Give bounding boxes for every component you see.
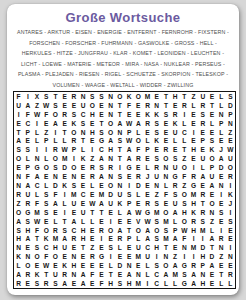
- grid-cell: O: [14, 154, 23, 163]
- grid-cell: E: [226, 137, 235, 146]
- grid-cell: S: [42, 199, 51, 208]
- grid-cell: H: [180, 208, 189, 217]
- grid-cell: E: [217, 261, 226, 270]
- grid-cell: A: [161, 270, 170, 279]
- grid-cell: S: [78, 119, 87, 128]
- grid-cell: E: [88, 137, 97, 146]
- grid-cell: A: [69, 217, 78, 226]
- grid-cell: O: [161, 208, 170, 217]
- grid-cell: D: [134, 181, 143, 190]
- grid-cell: U: [171, 163, 180, 172]
- grid-cell: G: [171, 172, 180, 181]
- grid-cell: U: [106, 199, 115, 208]
- grid-cell: E: [161, 199, 170, 208]
- grid-cell: N: [106, 154, 115, 163]
- grid-cell: P: [207, 163, 216, 172]
- grid-cell: E: [32, 261, 41, 270]
- grid-cell: C: [97, 145, 106, 154]
- grid-cell: W: [143, 217, 152, 226]
- grid-cell: I: [32, 145, 41, 154]
- grid-cell: E: [88, 226, 97, 235]
- grid-cell: G: [32, 163, 41, 172]
- grid-cell: S: [14, 145, 23, 154]
- grid-cell: I: [226, 181, 235, 190]
- grid-cell: T: [161, 101, 170, 110]
- grid-cell: O: [14, 208, 23, 217]
- grid-cell: L: [134, 128, 143, 137]
- grid-cell: T: [78, 243, 87, 252]
- grid-cell: R: [171, 110, 180, 119]
- grid-cell: L: [217, 279, 226, 288]
- grid-cell: E: [198, 128, 207, 137]
- grid-cell: T: [161, 243, 170, 252]
- grid-cell: E: [115, 252, 124, 261]
- grid-cell: S: [69, 181, 78, 190]
- grid-cell: N: [32, 154, 41, 163]
- grid-cell: S: [152, 217, 161, 226]
- grid-cell: R: [69, 92, 78, 101]
- grid-cell: R: [161, 145, 170, 154]
- grid-cell: W: [32, 110, 41, 119]
- grid-cell: D: [207, 252, 216, 261]
- grid-cell: L: [78, 217, 87, 226]
- grid-cell: K: [152, 110, 161, 119]
- grid-cell: O: [51, 110, 60, 119]
- grid-cell: E: [161, 119, 170, 128]
- grid-cell: E: [226, 226, 235, 235]
- grid-cell: S: [152, 154, 161, 163]
- grid-cell: H: [189, 226, 198, 235]
- grid-cell: R: [51, 226, 60, 235]
- word-list: ANTARES - ARKTUR - EISEN - ENERGIE - ENT…: [11, 27, 235, 91]
- grid-cell: L: [32, 128, 41, 137]
- grid-cell: I: [189, 128, 198, 137]
- puzzle-card: Große Wortsuche ANTARES - ARKTUR - EISEN…: [7, 4, 239, 295]
- grid-cell: U: [78, 101, 87, 110]
- grid-cell: E: [78, 199, 87, 208]
- grid-cell: K: [69, 119, 78, 128]
- word-list-line: FORSCHEN - FORSCHER - FUHRMANN - GASWOLK…: [11, 38, 235, 49]
- grid-cell: E: [42, 172, 51, 181]
- grid-cell: L: [32, 190, 41, 199]
- grid-cell: H: [152, 243, 161, 252]
- grid-cell: C: [23, 119, 32, 128]
- grid-cell: N: [180, 243, 189, 252]
- grid-cell: L: [198, 163, 207, 172]
- grid-cell: L: [171, 217, 180, 226]
- grid-cell: E: [143, 181, 152, 190]
- grid-cell: S: [226, 92, 235, 101]
- grid-cell: N: [217, 181, 226, 190]
- grid-cell: A: [207, 235, 216, 244]
- grid-cell: O: [180, 217, 189, 226]
- grid-cell: F: [23, 172, 32, 181]
- grid-cell: H: [51, 243, 60, 252]
- grid-cell: K: [152, 137, 161, 146]
- grid-cell: A: [143, 235, 152, 244]
- grid-cell: U: [226, 154, 235, 163]
- grid-cell: O: [226, 163, 235, 172]
- grid-cell: E: [189, 110, 198, 119]
- grid-cell: S: [226, 217, 235, 226]
- grid-cell: I: [115, 163, 124, 172]
- grid-cell: E: [60, 252, 69, 261]
- grid-cell: A: [134, 119, 143, 128]
- word-list-line: VOLUMEN - WAAGE - WELTALL - WIDDER - ZWI…: [11, 80, 235, 91]
- grid-cell: E: [217, 137, 226, 146]
- grid-cell: R: [88, 172, 97, 181]
- grid-cell: L: [217, 128, 226, 137]
- grid-cell: E: [78, 181, 87, 190]
- grid-cell: E: [23, 243, 32, 252]
- grid-cell: L: [106, 261, 115, 270]
- grid-cell: F: [88, 270, 97, 279]
- grid-cell: I: [198, 235, 207, 244]
- grid-cell: A: [23, 101, 32, 110]
- grid-cell: I: [226, 243, 235, 252]
- grid-cell: U: [23, 190, 32, 199]
- grid-cell: C: [78, 190, 87, 199]
- grid-cell: R: [88, 163, 97, 172]
- grid-cell: R: [189, 172, 198, 181]
- grid-cell: E: [78, 261, 87, 270]
- grid-cell: U: [115, 190, 124, 199]
- grid-cell: U: [207, 172, 216, 181]
- grid-cell: S: [198, 110, 207, 119]
- grid-cell: A: [78, 279, 87, 288]
- grid-cell: S: [42, 190, 51, 199]
- grid-cell: O: [51, 154, 60, 163]
- grid-cell: M: [189, 190, 198, 199]
- grid-cell: E: [14, 163, 23, 172]
- grid-cell: Z: [88, 154, 97, 163]
- grid-cell: I: [143, 279, 152, 288]
- grid-cell: T: [42, 270, 51, 279]
- grid-cell: S: [32, 279, 41, 288]
- grid-cell: K: [189, 208, 198, 217]
- grid-cell: E: [143, 128, 152, 137]
- grid-cell: S: [152, 199, 161, 208]
- grid-cell: V: [134, 217, 143, 226]
- grid-cell: E: [88, 190, 97, 199]
- grid-cell: D: [226, 101, 235, 110]
- grid-cell: E: [14, 119, 23, 128]
- grid-cell: R: [152, 163, 161, 172]
- grid-cell: I: [180, 252, 189, 261]
- grid-cell: R: [171, 181, 180, 190]
- grid-cell: T: [88, 208, 97, 217]
- grid-cell: D: [60, 163, 69, 172]
- grid-cell: E: [78, 163, 87, 172]
- grid-cell: R: [198, 208, 207, 217]
- grid-cell: T: [207, 243, 216, 252]
- grid-cell: R: [189, 261, 198, 270]
- grid-cell: C: [143, 243, 152, 252]
- grid-cell: F: [42, 110, 51, 119]
- grid-cell: A: [51, 199, 60, 208]
- grid-cell: F: [180, 235, 189, 244]
- grid-cell: H: [78, 226, 87, 235]
- grid-cell: L: [42, 181, 51, 190]
- grid-cell: S: [171, 154, 180, 163]
- grid-cell: E: [152, 145, 161, 154]
- grid-cell: F: [14, 92, 23, 101]
- grid-cell: J: [217, 145, 226, 154]
- grid-cell: O: [88, 101, 97, 110]
- grid-cell: E: [124, 243, 133, 252]
- grid-cell: E: [60, 101, 69, 110]
- grid-cell: A: [32, 172, 41, 181]
- grid-cell: N: [124, 261, 133, 270]
- grid-cell: S: [152, 119, 161, 128]
- grid-cell: N: [78, 128, 87, 137]
- word-list-line: LICHT - LOEWE - MATERIE - METEOR - MIRA …: [11, 59, 235, 70]
- grid-cell: E: [134, 261, 143, 270]
- grid-cell: E: [161, 137, 170, 146]
- grid-cell: N: [14, 243, 23, 252]
- grid-cell: T: [180, 92, 189, 101]
- grid-cell: K: [60, 261, 69, 270]
- grid-cell: E: [42, 119, 51, 128]
- grid-cell: A: [115, 226, 124, 235]
- grid-cell: P: [143, 145, 152, 154]
- grid-cell: M: [134, 279, 143, 288]
- grid-cell: T: [180, 145, 189, 154]
- grid-cell: E: [171, 145, 180, 154]
- grid-cell: T: [60, 128, 69, 137]
- grid-cell: R: [14, 190, 23, 199]
- grid-cell: A: [124, 154, 133, 163]
- grid-cell: N: [161, 252, 170, 261]
- grid-cell: M: [32, 208, 41, 217]
- grid-cell: E: [207, 92, 216, 101]
- grid-cell: I: [217, 226, 226, 235]
- grid-cell: F: [23, 110, 32, 119]
- grid-cell: A: [14, 270, 23, 279]
- grid-cell: N: [14, 181, 23, 190]
- grid-cell: E: [69, 208, 78, 217]
- grid-cell: T: [207, 101, 216, 110]
- grid-cell: R: [69, 137, 78, 146]
- grid-cell: M: [171, 270, 180, 279]
- grid-cell: S: [115, 172, 124, 181]
- grid-cell: L: [78, 145, 87, 154]
- grid-cell: E: [88, 261, 97, 270]
- grid-cell: L: [171, 279, 180, 288]
- grid-cell: L: [171, 137, 180, 146]
- grid-cell: U: [78, 208, 87, 217]
- grid-cell: E: [189, 119, 198, 128]
- grid-cell: U: [14, 101, 23, 110]
- grid-cell: N: [226, 119, 235, 128]
- grid-cell: R: [106, 163, 115, 172]
- grid-cell: E: [171, 243, 180, 252]
- grid-cell: I: [124, 181, 133, 190]
- grid-cell: E: [134, 101, 143, 110]
- grid-cell: W: [42, 101, 51, 110]
- grid-cell: T: [106, 270, 115, 279]
- grid-cell: S: [51, 101, 60, 110]
- grid-cell: S: [14, 226, 23, 235]
- grid-cell: A: [124, 145, 133, 154]
- grid-cell: E: [60, 92, 69, 101]
- grid-cell: S: [23, 145, 32, 154]
- grid-cell: G: [23, 208, 32, 217]
- grid-cell: N: [69, 172, 78, 181]
- grid-cell: H: [78, 235, 87, 244]
- page: Große Wortsuche ANTARES - ARKTUR - EISEN…: [0, 0, 246, 300]
- grid-cell: W: [180, 226, 189, 235]
- grid-cell: C: [180, 128, 189, 137]
- grid-cell: C: [78, 110, 87, 119]
- grid-cell: E: [106, 235, 115, 244]
- grid-cell: T: [115, 101, 124, 110]
- grid-cell: S: [69, 110, 78, 119]
- grid-cell: T: [161, 92, 170, 101]
- grid-cell: U: [51, 270, 60, 279]
- grid-cell: U: [171, 199, 180, 208]
- grid-cell: M: [69, 190, 78, 199]
- grid-cell: O: [115, 92, 124, 101]
- grid-cell: O: [134, 92, 143, 101]
- grid-cell: R: [69, 235, 78, 244]
- grid-cell: S: [152, 128, 161, 137]
- grid-cell: Z: [189, 92, 198, 101]
- grid-cell: A: [115, 119, 124, 128]
- grid-cell: A: [97, 154, 106, 163]
- grid-cell: E: [115, 270, 124, 279]
- grid-cell: N: [161, 172, 170, 181]
- grid-cell: S: [23, 217, 32, 226]
- grid-cell: K: [207, 145, 216, 154]
- grid-cell: H: [106, 279, 115, 288]
- grid-cell: P: [124, 128, 133, 137]
- grid-cell: S: [207, 137, 216, 146]
- grid-cell: E: [143, 154, 152, 163]
- grid-cell: O: [106, 181, 115, 190]
- grid-cell: S: [161, 226, 170, 235]
- grid-cell: U: [152, 172, 161, 181]
- grid-cell: R: [198, 119, 207, 128]
- grid-cell: W: [226, 145, 235, 154]
- grid-cell: R: [51, 145, 60, 154]
- grid-cell: O: [207, 154, 216, 163]
- grid-cell: U: [171, 128, 180, 137]
- grid-cell: L: [51, 217, 60, 226]
- grid-cell: N: [217, 243, 226, 252]
- grid-cell: O: [152, 226, 161, 235]
- grid-cell: I: [106, 252, 115, 261]
- grid-cell: O: [180, 190, 189, 199]
- grid-cell: H: [198, 279, 207, 288]
- grid-cell: S: [171, 190, 180, 199]
- grid-cell: E: [226, 235, 235, 244]
- grid-cell: N: [23, 252, 32, 261]
- grid-cell: D: [106, 190, 115, 199]
- grid-cell: Z: [180, 181, 189, 190]
- grid-cell: E: [217, 172, 226, 181]
- grid-cell: E: [106, 208, 115, 217]
- grid-cell: M: [51, 235, 60, 244]
- grid-cell: E: [207, 128, 216, 137]
- grid-cell: E: [152, 92, 161, 101]
- grid-cell: S: [97, 128, 106, 137]
- grid-cell: A: [23, 235, 32, 244]
- grid-cell: H: [88, 128, 97, 137]
- grid-cell: M: [189, 243, 198, 252]
- grid-cell: S: [198, 217, 207, 226]
- grid-cell: P: [124, 199, 133, 208]
- grid-cell: A: [23, 181, 32, 190]
- grid-cell: A: [97, 172, 106, 181]
- grid-cell: S: [51, 163, 60, 172]
- grid-cell: M: [60, 154, 69, 163]
- grid-cell: P: [23, 128, 32, 137]
- grid-cell: S: [217, 208, 226, 217]
- grid-cell: T: [115, 145, 124, 154]
- grid-cell: Z: [180, 154, 189, 163]
- grid-cell: G: [97, 137, 106, 146]
- grid-cell: H: [189, 199, 198, 208]
- grid-cell: M: [198, 226, 207, 235]
- grid-cell: A: [124, 270, 133, 279]
- grid-cell: N: [207, 208, 216, 217]
- grid-cell: L: [161, 279, 170, 288]
- grid-cell: O: [180, 163, 189, 172]
- grid-cell: E: [161, 128, 170, 137]
- grid-cell: A: [143, 226, 152, 235]
- grid-cell: R: [14, 279, 23, 288]
- grid-cell: H: [124, 279, 133, 288]
- grid-cell: O: [106, 128, 115, 137]
- grid-cell: N: [134, 270, 143, 279]
- grid-cell: P: [171, 226, 180, 235]
- grid-cell: T: [14, 128, 23, 137]
- grid-cell: I: [106, 217, 115, 226]
- grid-cell: R: [42, 279, 51, 288]
- grid-cell: N: [14, 172, 23, 181]
- grid-cell: T: [198, 199, 207, 208]
- grid-cell: P: [217, 119, 226, 128]
- grid-cell: A: [60, 235, 69, 244]
- grid-cell: H: [189, 145, 198, 154]
- grid-cell: I: [226, 208, 235, 217]
- grid-cell: F: [32, 199, 41, 208]
- grid-cell: E: [134, 110, 143, 119]
- grid-cell: N: [226, 252, 235, 261]
- grid-cell: R: [134, 154, 143, 163]
- grid-cell: I: [42, 145, 51, 154]
- grid-cell: L: [217, 101, 226, 110]
- grid-cell: S: [106, 243, 115, 252]
- grid-cell: T: [115, 110, 124, 119]
- grid-cell: X: [32, 92, 41, 101]
- grid-cell: W: [42, 261, 51, 270]
- grid-cell: E: [97, 110, 106, 119]
- grid-cell: F: [97, 279, 106, 288]
- grid-cell: G: [180, 261, 189, 270]
- page-title: Große Wortsuche: [7, 10, 239, 25]
- grid-cell: N: [51, 172, 60, 181]
- grid-cell: R: [23, 199, 32, 208]
- grid-cell: E: [60, 172, 69, 181]
- grid-cell: E: [226, 261, 235, 270]
- grid-cell: L: [42, 154, 51, 163]
- grid-cell: O: [106, 119, 115, 128]
- grid-cell: K: [42, 235, 51, 244]
- grid-cell: I: [217, 190, 226, 199]
- grid-cell: O: [69, 163, 78, 172]
